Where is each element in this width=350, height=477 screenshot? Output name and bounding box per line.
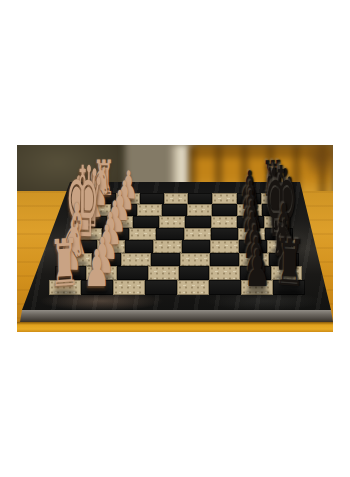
board-row: ♛♟♟♛ xyxy=(75,228,293,240)
square xyxy=(145,280,177,295)
square: ♞ xyxy=(271,266,302,280)
square xyxy=(156,228,183,240)
square: ♟ xyxy=(239,253,269,267)
square xyxy=(159,216,185,228)
board-row: ♝♟♟♝ xyxy=(62,253,299,267)
square xyxy=(179,266,210,280)
square xyxy=(180,253,210,267)
square: ♜ xyxy=(273,280,305,295)
square: ♞ xyxy=(55,266,86,280)
square xyxy=(113,280,145,295)
page: ♜♟♟♜♞♟♟♞♝♟♟♝♛♟♟♛♚♟♟♚♝♟♟♝♞♟♟♞♜♟♟♜ xyxy=(0,0,350,477)
square xyxy=(153,240,181,253)
square xyxy=(129,228,156,240)
board-row: ♞♟♟♞ xyxy=(86,204,287,215)
square xyxy=(125,240,153,253)
square: ♟ xyxy=(239,240,267,253)
square: ♞ xyxy=(86,204,111,215)
square: ♟ xyxy=(107,216,133,228)
product-photo: ♜♟♟♜♞♟♟♞♝♟♟♝♛♟♟♛♚♟♟♚♝♟♟♝♞♟♟♞♜♟♟♜ xyxy=(17,145,333,332)
square xyxy=(209,280,241,295)
square xyxy=(188,193,212,204)
square: ♛ xyxy=(75,228,102,240)
square: ♟ xyxy=(92,253,122,267)
square xyxy=(117,266,148,280)
square: ♝ xyxy=(81,216,107,228)
board-row: ♞♟♟♞ xyxy=(55,266,301,280)
square: ♚ xyxy=(68,240,96,253)
square: ♟ xyxy=(81,280,113,295)
square: ♟ xyxy=(111,204,136,215)
square xyxy=(184,228,211,240)
square xyxy=(164,193,188,204)
black-knight: ♞ xyxy=(261,158,287,216)
piece-shadow xyxy=(277,290,301,295)
square xyxy=(210,253,240,267)
square xyxy=(162,204,187,215)
square: ♟ xyxy=(241,280,273,295)
square: ♟ xyxy=(238,228,265,240)
square xyxy=(209,266,240,280)
square xyxy=(137,204,162,215)
square: ♚ xyxy=(267,240,295,253)
piece-shadow xyxy=(85,290,109,295)
square: ♝ xyxy=(269,253,299,267)
square xyxy=(182,240,210,253)
square xyxy=(210,240,238,253)
square: ♟ xyxy=(237,193,261,204)
square: ♜ xyxy=(49,280,81,295)
square: ♟ xyxy=(102,228,129,240)
square: ♟ xyxy=(116,193,140,204)
square: ♜ xyxy=(92,193,116,204)
square xyxy=(187,204,212,215)
square xyxy=(211,216,237,228)
square: ♝ xyxy=(62,253,92,267)
white-rook: ♜ xyxy=(93,156,115,204)
square: ♟ xyxy=(240,266,271,280)
square: ♟ xyxy=(86,266,117,280)
square: ♟ xyxy=(237,216,263,228)
piece-shadow xyxy=(52,290,76,295)
square: ♛ xyxy=(265,228,292,240)
square xyxy=(140,193,164,204)
square xyxy=(211,228,238,240)
square xyxy=(212,193,236,204)
square xyxy=(133,216,159,228)
square xyxy=(151,253,181,267)
board-row: ♜♟♟♜ xyxy=(49,280,306,295)
square xyxy=(121,253,151,267)
white-knight: ♞ xyxy=(86,159,112,216)
square: ♞ xyxy=(262,204,287,215)
board-row: ♚♟♟♚ xyxy=(68,240,295,253)
board-row: ♝♟♟♝ xyxy=(81,216,290,228)
piece-shadow xyxy=(245,290,269,295)
board-row: ♜♟♟♜ xyxy=(92,193,285,204)
square: ♟ xyxy=(237,204,262,215)
square: ♜ xyxy=(261,193,285,204)
black-rook: ♜ xyxy=(261,156,284,205)
square xyxy=(177,280,209,295)
square xyxy=(148,266,179,280)
square: ♝ xyxy=(264,216,290,228)
square xyxy=(185,216,211,228)
square xyxy=(212,204,237,215)
square: ♟ xyxy=(97,240,125,253)
